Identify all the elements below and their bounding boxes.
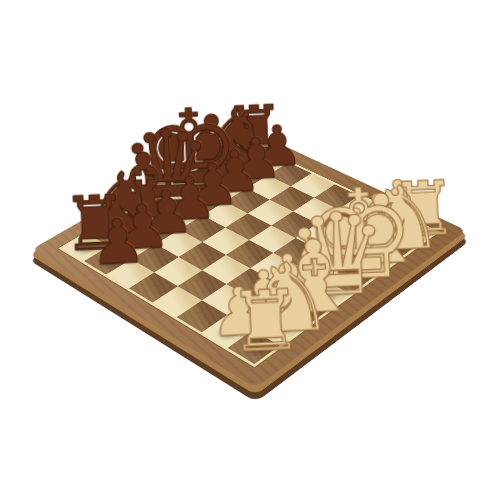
scene-tilt: ♜♞♝♛♚♝♞♜♟♟♟♟♟♟♟♟♟♟♟♟♟♟♟♟♜♞♝♛♚♝♞♜ [0, 0, 500, 500]
chess-set-photo: ♜♞♝♛♚♝♞♜♟♟♟♟♟♟♟♟♟♟♟♟♟♟♟♟♜♞♝♛♚♝♞♜ [0, 0, 500, 500]
black-pawn-glyph: ♟ [40, 208, 196, 276]
white-rook-glyph: ♜ [180, 276, 352, 366]
board-frame: ♜♞♝♛♚♝♞♜♟♟♟♟♟♟♟♟♟♟♟♟♟♟♟♟♜♞♝♛♚♝♞♜ [31, 127, 466, 388]
board-pieces: ♜♞♝♛♚♝♞♜♟♟♟♟♟♟♟♟♟♟♟♟♟♟♟♟♜♞♝♛♚♝♞♜ [63, 142, 436, 364]
chess-board: ♜♞♝♛♚♝♞♜♟♟♟♟♟♟♟♟♟♟♟♟♟♟♟♟♜♞♝♛♚♝♞♜ [31, 127, 466, 388]
piece-white-rook-a1: ♜ [228, 330, 280, 364]
piece-black-pawn-a7: ♟ [84, 246, 131, 274]
perspective-container: ♜♞♝♛♚♝♞♜♟♟♟♟♟♟♟♟♟♟♟♟♟♟♟♟♜♞♝♛♚♝♞♜ [0, 0, 500, 500]
